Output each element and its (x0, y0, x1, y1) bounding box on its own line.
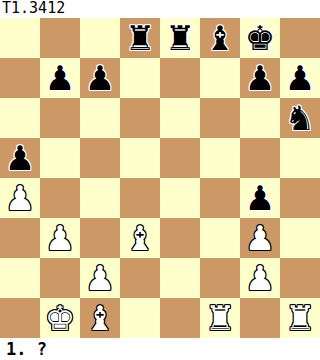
square-e5[interactable] (160, 138, 200, 178)
square-g7[interactable]: ♟ (240, 58, 280, 98)
piece-black-bishop: ♝ (205, 21, 235, 55)
piece-black-pawn: ♟ (245, 61, 275, 95)
square-f4[interactable] (200, 178, 240, 218)
square-e1[interactable] (160, 298, 200, 338)
square-a5[interactable]: ♟ (0, 138, 40, 178)
square-f1[interactable]: ♜ (200, 298, 240, 338)
square-f8[interactable]: ♝ (200, 18, 240, 58)
piece-black-pawn: ♟ (85, 61, 115, 95)
square-c2[interactable]: ♟ (80, 258, 120, 298)
square-h3[interactable] (280, 218, 320, 258)
square-e8[interactable]: ♜ (160, 18, 200, 58)
square-b6[interactable] (40, 98, 80, 138)
square-e3[interactable] (160, 218, 200, 258)
square-d3[interactable]: ♝ (120, 218, 160, 258)
square-c6[interactable] (80, 98, 120, 138)
piece-white-pawn: ♟ (5, 181, 35, 215)
square-h8[interactable] (280, 18, 320, 58)
square-f3[interactable] (200, 218, 240, 258)
square-f7[interactable] (200, 58, 240, 98)
square-c5[interactable] (80, 138, 120, 178)
piece-white-rook: ♜ (285, 301, 315, 335)
square-d8[interactable]: ♜ (120, 18, 160, 58)
chess-board: ♜♜♝♚♟♟♟♟♞♟♟♟♟♝♟♟♟♚♝♜♜ (0, 18, 320, 338)
square-d1[interactable] (120, 298, 160, 338)
square-c4[interactable] (80, 178, 120, 218)
square-a8[interactable] (0, 18, 40, 58)
square-h1[interactable]: ♜ (280, 298, 320, 338)
square-g4[interactable]: ♟ (240, 178, 280, 218)
square-b2[interactable] (40, 258, 80, 298)
square-e7[interactable] (160, 58, 200, 98)
square-g1[interactable] (240, 298, 280, 338)
square-a3[interactable] (0, 218, 40, 258)
square-d2[interactable] (120, 258, 160, 298)
square-d6[interactable] (120, 98, 160, 138)
piece-white-rook: ♜ (205, 301, 235, 335)
square-h6[interactable]: ♞ (280, 98, 320, 138)
square-b5[interactable] (40, 138, 80, 178)
piece-white-bishop: ♝ (85, 301, 115, 335)
square-h2[interactable] (280, 258, 320, 298)
piece-black-pawn: ♟ (245, 181, 275, 215)
square-g5[interactable] (240, 138, 280, 178)
square-f2[interactable] (200, 258, 240, 298)
square-c3[interactable] (80, 218, 120, 258)
piece-white-pawn: ♟ (245, 221, 275, 255)
square-a2[interactable] (0, 258, 40, 298)
square-c7[interactable]: ♟ (80, 58, 120, 98)
square-d5[interactable] (120, 138, 160, 178)
square-a7[interactable] (0, 58, 40, 98)
chess-diagram: T1.3412 ♜♜♝♚♟♟♟♟♞♟♟♟♟♝♟♟♟♚♝♜♜ 1. ? (0, 0, 320, 360)
square-a4[interactable]: ♟ (0, 178, 40, 218)
square-d7[interactable] (120, 58, 160, 98)
square-e6[interactable] (160, 98, 200, 138)
square-h7[interactable]: ♟ (280, 58, 320, 98)
square-g3[interactable]: ♟ (240, 218, 280, 258)
piece-black-pawn: ♟ (5, 141, 35, 175)
diagram-title: T1.3412 (0, 0, 320, 18)
piece-white-bishop: ♝ (125, 221, 155, 255)
piece-white-pawn: ♟ (245, 261, 275, 295)
piece-black-king: ♚ (245, 21, 275, 55)
square-b3[interactable]: ♟ (40, 218, 80, 258)
square-g2[interactable]: ♟ (240, 258, 280, 298)
square-g8[interactable]: ♚ (240, 18, 280, 58)
square-c1[interactable]: ♝ (80, 298, 120, 338)
piece-black-pawn: ♟ (285, 61, 315, 95)
square-f5[interactable] (200, 138, 240, 178)
piece-white-king: ♚ (45, 301, 75, 335)
piece-white-pawn: ♟ (45, 221, 75, 255)
square-e4[interactable] (160, 178, 200, 218)
square-b4[interactable] (40, 178, 80, 218)
piece-black-rook: ♜ (125, 21, 155, 55)
square-f6[interactable] (200, 98, 240, 138)
square-a6[interactable] (0, 98, 40, 138)
piece-black-pawn: ♟ (45, 61, 75, 95)
square-h5[interactable] (280, 138, 320, 178)
square-c8[interactable] (80, 18, 120, 58)
square-g6[interactable] (240, 98, 280, 138)
square-b8[interactable] (40, 18, 80, 58)
piece-white-pawn: ♟ (85, 261, 115, 295)
square-e2[interactable] (160, 258, 200, 298)
piece-black-knight: ♞ (285, 101, 315, 135)
square-a1[interactable] (0, 298, 40, 338)
square-b1[interactable]: ♚ (40, 298, 80, 338)
square-d4[interactable] (120, 178, 160, 218)
move-prompt: 1. ? (0, 338, 320, 360)
square-h4[interactable] (280, 178, 320, 218)
square-b7[interactable]: ♟ (40, 58, 80, 98)
piece-black-rook: ♜ (165, 21, 195, 55)
